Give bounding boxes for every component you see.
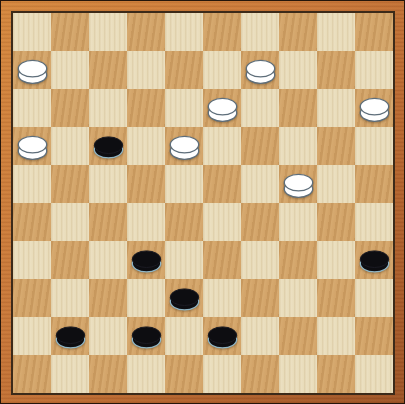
board-square-light xyxy=(241,89,279,127)
board-square-light xyxy=(203,279,241,317)
board-square-dark[interactable] xyxy=(355,165,393,203)
board-square-dark[interactable] xyxy=(241,51,279,89)
board-square-dark[interactable] xyxy=(89,203,127,241)
black-piece[interactable] xyxy=(54,322,87,350)
board-square-light xyxy=(51,203,89,241)
board-square-light xyxy=(241,241,279,279)
board-square-dark[interactable] xyxy=(355,317,393,355)
board-square-light xyxy=(13,165,51,203)
board-square-light xyxy=(13,89,51,127)
board-square-light xyxy=(355,279,393,317)
board-square-dark[interactable] xyxy=(279,89,317,127)
board-square-dark[interactable] xyxy=(203,13,241,51)
board-square-dark[interactable] xyxy=(13,51,51,89)
board-square-dark[interactable] xyxy=(317,51,355,89)
board-square-dark[interactable] xyxy=(13,203,51,241)
board-square-light xyxy=(13,13,51,51)
board-square-dark[interactable] xyxy=(317,279,355,317)
board-square-dark[interactable] xyxy=(89,51,127,89)
black-piece[interactable] xyxy=(130,246,163,274)
white-piece[interactable] xyxy=(168,132,201,161)
board-square-light xyxy=(51,51,89,89)
board-square-light xyxy=(279,355,317,393)
board-square-light xyxy=(89,241,127,279)
board-square-dark[interactable] xyxy=(241,127,279,165)
board-square-dark[interactable] xyxy=(13,279,51,317)
board-square-dark[interactable] xyxy=(127,89,165,127)
board-square-dark[interactable] xyxy=(241,279,279,317)
board-square-dark[interactable] xyxy=(165,279,203,317)
board-square-dark[interactable] xyxy=(51,317,89,355)
board-square-light xyxy=(241,13,279,51)
board-square-light xyxy=(279,279,317,317)
board-square-dark[interactable] xyxy=(165,127,203,165)
board-square-light xyxy=(165,165,203,203)
board-square-dark[interactable] xyxy=(165,203,203,241)
board-square-dark[interactable] xyxy=(89,355,127,393)
white-piece[interactable] xyxy=(358,94,391,123)
board-square-dark[interactable] xyxy=(279,165,317,203)
board-square-light xyxy=(317,317,355,355)
board-square-dark[interactable] xyxy=(241,355,279,393)
draughts-board xyxy=(11,11,395,395)
board-square-dark[interactable] xyxy=(203,317,241,355)
board-square-light xyxy=(355,127,393,165)
board-square-dark[interactable] xyxy=(317,127,355,165)
board-square-light xyxy=(241,165,279,203)
black-piece[interactable] xyxy=(358,246,391,274)
board-square-light xyxy=(51,355,89,393)
board-square-dark[interactable] xyxy=(203,89,241,127)
board-square-light xyxy=(89,317,127,355)
board-square-dark[interactable] xyxy=(355,89,393,127)
board-square-dark[interactable] xyxy=(127,13,165,51)
board-square-light xyxy=(127,355,165,393)
board-square-light xyxy=(317,89,355,127)
board-square-light xyxy=(203,203,241,241)
board-square-light xyxy=(89,165,127,203)
board-square-dark[interactable] xyxy=(203,165,241,203)
board-square-dark[interactable] xyxy=(165,355,203,393)
board-square-dark[interactable] xyxy=(165,51,203,89)
board-square-dark[interactable] xyxy=(203,241,241,279)
board-square-light xyxy=(127,279,165,317)
board-square-light xyxy=(317,165,355,203)
board-square-light xyxy=(279,203,317,241)
board-square-dark[interactable] xyxy=(51,89,89,127)
board-square-light xyxy=(317,13,355,51)
board-square-light xyxy=(203,355,241,393)
board-square-dark[interactable] xyxy=(279,241,317,279)
board-square-dark[interactable] xyxy=(51,165,89,203)
white-piece[interactable] xyxy=(282,170,315,199)
board-square-light xyxy=(241,317,279,355)
board-square-light xyxy=(355,203,393,241)
board-square-light xyxy=(203,51,241,89)
board-square-dark[interactable] xyxy=(127,165,165,203)
board-square-dark[interactable] xyxy=(13,355,51,393)
board-square-dark[interactable] xyxy=(51,13,89,51)
board-square-dark[interactable] xyxy=(279,13,317,51)
board-square-dark[interactable] xyxy=(317,203,355,241)
board-square-dark[interactable] xyxy=(13,127,51,165)
black-piece[interactable] xyxy=(168,284,201,312)
white-piece[interactable] xyxy=(206,94,239,123)
board-square-dark[interactable] xyxy=(51,241,89,279)
board-square-light xyxy=(279,51,317,89)
board-square-dark[interactable] xyxy=(241,203,279,241)
board-square-dark[interactable] xyxy=(127,241,165,279)
board-square-light xyxy=(13,317,51,355)
board-square-dark[interactable] xyxy=(279,317,317,355)
board-square-dark[interactable] xyxy=(127,317,165,355)
board-square-dark[interactable] xyxy=(355,241,393,279)
black-piece[interactable] xyxy=(206,322,239,350)
board-square-light xyxy=(127,127,165,165)
board-square-light xyxy=(127,51,165,89)
board-square-light xyxy=(165,89,203,127)
draughts-board-screenshot xyxy=(0,0,405,404)
board-square-dark[interactable] xyxy=(89,127,127,165)
board-square-light xyxy=(355,355,393,393)
board-square-light xyxy=(355,51,393,89)
board-square-light xyxy=(51,279,89,317)
board-square-light xyxy=(165,13,203,51)
white-piece[interactable] xyxy=(244,56,277,85)
board-square-light xyxy=(51,127,89,165)
white-piece[interactable] xyxy=(16,132,49,161)
board-square-light xyxy=(165,241,203,279)
black-piece[interactable] xyxy=(92,132,125,160)
white-piece[interactable] xyxy=(16,56,49,85)
board-square-dark[interactable] xyxy=(317,355,355,393)
board-square-light xyxy=(127,203,165,241)
board-square-light xyxy=(279,127,317,165)
board-square-light xyxy=(89,89,127,127)
board-square-light xyxy=(13,241,51,279)
board-square-light xyxy=(317,241,355,279)
board-square-light xyxy=(89,13,127,51)
board-square-light xyxy=(165,317,203,355)
black-piece[interactable] xyxy=(130,322,163,350)
board-square-dark[interactable] xyxy=(355,13,393,51)
board-square-light xyxy=(203,127,241,165)
board-square-dark[interactable] xyxy=(89,279,127,317)
